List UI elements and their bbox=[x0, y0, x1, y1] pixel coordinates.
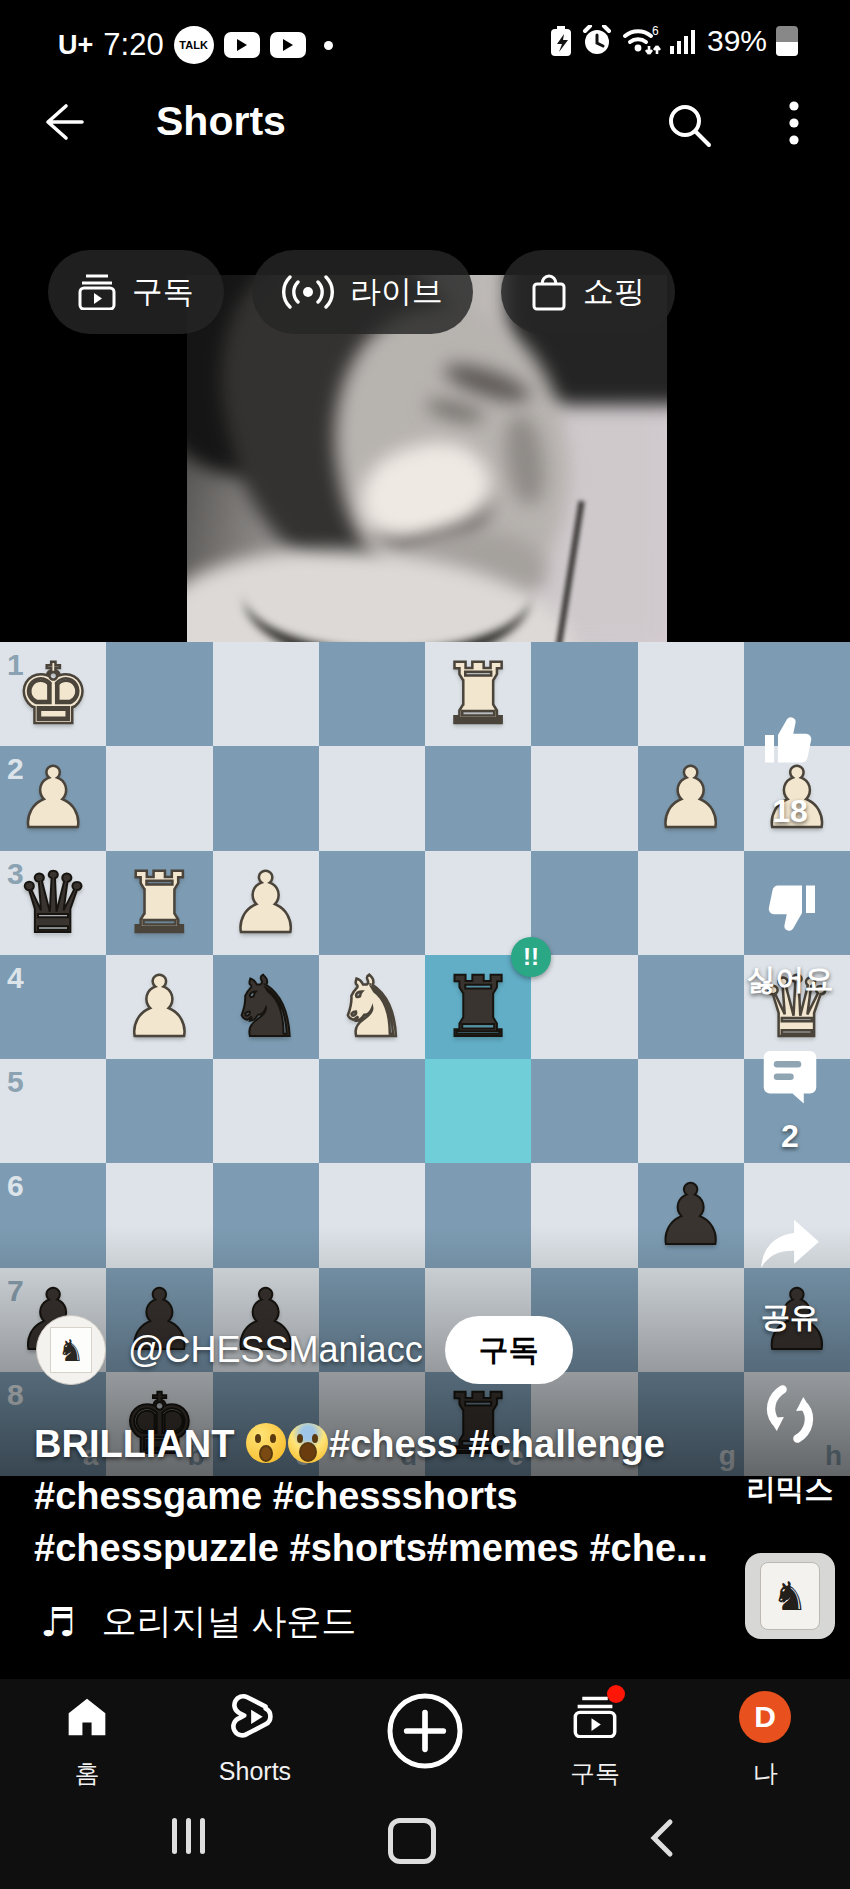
shorts-icon bbox=[231, 1692, 279, 1742]
square-f6 bbox=[531, 1163, 637, 1267]
caption-line1-prefix: BRILLIANT bbox=[34, 1423, 245, 1465]
black-knight-c4: ♞ bbox=[213, 955, 319, 1059]
rank-label-4: 4 bbox=[7, 961, 24, 995]
square-a4: 4 bbox=[0, 955, 106, 1059]
white-king-a1: ♚ bbox=[0, 642, 106, 746]
battery-saver-icon bbox=[549, 25, 573, 57]
white-knight-d4: ♞ bbox=[319, 955, 425, 1059]
caption-line1-suffix: #chess #challenge bbox=[329, 1423, 665, 1465]
brilliant-move-badge: !! bbox=[511, 937, 551, 977]
square-g6: ♟ bbox=[638, 1163, 744, 1267]
rank-label-8: 8 bbox=[7, 1378, 24, 1412]
wifi6-icon: 6 bbox=[621, 24, 661, 58]
square-c1 bbox=[213, 642, 319, 746]
shorts-screen: U+ 7:20 TALK 6 bbox=[0, 0, 850, 1889]
square-b2 bbox=[106, 746, 212, 850]
status-bar: U+ 7:20 TALK 6 bbox=[0, 0, 850, 64]
comment-icon[interactable] bbox=[760, 1046, 820, 1106]
notification-dot-icon bbox=[324, 41, 333, 50]
chip-shopping-label: 쇼핑 bbox=[583, 271, 645, 313]
svg-text:6: 6 bbox=[652, 24, 659, 38]
square-a3: 3♛ bbox=[0, 851, 106, 955]
square-e5 bbox=[425, 1059, 531, 1163]
status-time: 7:20 bbox=[103, 27, 163, 63]
chip-live[interactable]: 라이브 bbox=[252, 250, 473, 334]
comment-count: 2 bbox=[781, 1118, 799, 1155]
square-a6: 6 bbox=[0, 1163, 106, 1267]
square-d4: ♞ bbox=[319, 955, 425, 1059]
sound-disc[interactable]: ♞ bbox=[745, 1553, 835, 1639]
sound-row[interactable]: ♬ 오리지널 사운드 bbox=[40, 1598, 357, 1645]
live-icon bbox=[282, 274, 334, 310]
scream-face-emoji bbox=[288, 1423, 328, 1463]
rank-label-5: 5 bbox=[7, 1065, 24, 1099]
square-d2 bbox=[319, 746, 425, 850]
action-rail: 18 싫어요 2 공유 리믹스 ♞ bbox=[730, 0, 850, 1889]
new-content-dot bbox=[607, 1685, 625, 1703]
nav-shorts[interactable]: Shorts bbox=[185, 1691, 325, 1786]
square-f5 bbox=[531, 1059, 637, 1163]
remix-label: 리믹스 bbox=[747, 1470, 834, 1510]
square-f3 bbox=[531, 851, 637, 955]
chip-live-label: 라이브 bbox=[350, 271, 443, 313]
square-e3 bbox=[425, 851, 531, 955]
square-d1 bbox=[319, 642, 425, 746]
white-pawn-b4: ♟ bbox=[106, 955, 212, 1059]
square-g1 bbox=[638, 642, 744, 746]
dislike-icon[interactable] bbox=[759, 878, 821, 938]
channel-handle[interactable]: @CHESSManiacc bbox=[128, 1329, 423, 1371]
square-g3 bbox=[638, 851, 744, 955]
square-c6 bbox=[213, 1163, 319, 1267]
white-rook-e1: ♜ bbox=[425, 642, 531, 746]
search-icon[interactable] bbox=[664, 100, 714, 150]
square-a1: 1♚ bbox=[0, 642, 106, 746]
square-e1: ♜ bbox=[425, 642, 531, 746]
nav-create[interactable] bbox=[355, 1691, 495, 1771]
avatar-knight-icon: ♞ bbox=[50, 1327, 92, 1373]
square-b4: ♟ bbox=[106, 955, 212, 1059]
square-e6 bbox=[425, 1163, 531, 1267]
subscriptions-icon bbox=[78, 274, 116, 310]
back-arrow-icon[interactable] bbox=[40, 100, 84, 144]
square-g4 bbox=[638, 955, 744, 1059]
square-b3: ♜ bbox=[106, 851, 212, 955]
filter-chips: 구독 라이브 쇼핑 bbox=[48, 250, 675, 334]
square-c3: ♟ bbox=[213, 851, 319, 955]
white-pawn-a2: ♟ bbox=[0, 746, 106, 850]
kakaotalk-icon: TALK bbox=[174, 26, 214, 64]
square-g7 bbox=[638, 1268, 744, 1372]
white-rook-b3: ♜ bbox=[106, 851, 212, 955]
hushed-face-emoji bbox=[246, 1423, 286, 1463]
white-pawn-c3: ♟ bbox=[213, 851, 319, 955]
square-d3 bbox=[319, 851, 425, 955]
square-d6 bbox=[319, 1163, 425, 1267]
square-c2 bbox=[213, 746, 319, 850]
square-b6 bbox=[106, 1163, 212, 1267]
channel-avatar[interactable]: ♞ bbox=[36, 1315, 106, 1385]
nav-subscriptions[interactable]: 구독 bbox=[525, 1691, 665, 1790]
caption-line3: #chesspuzzle #shorts#memes #che... bbox=[34, 1527, 708, 1569]
alarm-clock-icon bbox=[582, 25, 612, 57]
black-queen-a3: ♛ bbox=[0, 851, 106, 955]
square-a2: 2♟ bbox=[0, 746, 106, 850]
carrier-label: U+ bbox=[58, 30, 93, 61]
chip-subscriptions-label: 구독 bbox=[132, 271, 194, 313]
square-f4 bbox=[531, 955, 637, 1059]
system-navigation bbox=[0, 1810, 850, 1870]
square-g2: ♟ bbox=[638, 746, 744, 850]
channel-row: ♞ @CHESSManiacc 구독 bbox=[36, 1315, 573, 1385]
shorts-header: Shorts bbox=[0, 64, 850, 176]
music-note-icon: ♬ bbox=[40, 1599, 76, 1645]
square-c5 bbox=[213, 1059, 319, 1163]
subscribe-button[interactable]: 구독 bbox=[445, 1316, 573, 1384]
share-label: 공유 bbox=[761, 1298, 819, 1338]
home-icon bbox=[65, 1695, 109, 1739]
square-f1 bbox=[531, 642, 637, 746]
square-c4: ♞ bbox=[213, 955, 319, 1059]
youtube-icon bbox=[224, 32, 260, 58]
create-plus-icon bbox=[385, 1691, 465, 1771]
signal-bars-icon bbox=[670, 26, 698, 56]
square-e2 bbox=[425, 746, 531, 850]
like-count: 18 bbox=[772, 793, 808, 830]
share-icon[interactable] bbox=[757, 1214, 823, 1272]
remix-icon[interactable] bbox=[760, 1382, 820, 1446]
nav-shorts-label: Shorts bbox=[219, 1757, 291, 1786]
white-pawn-g2: ♟ bbox=[638, 746, 744, 850]
square-d5 bbox=[319, 1059, 425, 1163]
sound-title: 오리지널 사운드 bbox=[102, 1598, 357, 1645]
subscriptions-icon bbox=[573, 1696, 617, 1738]
dislike-label: 싫어요 bbox=[747, 960, 834, 1000]
like-icon[interactable] bbox=[759, 710, 821, 770]
black-pawn-g6: ♟ bbox=[638, 1163, 744, 1267]
square-f2 bbox=[531, 746, 637, 850]
square-b5 bbox=[106, 1059, 212, 1163]
youtube-icon bbox=[270, 32, 306, 58]
recents-button[interactable] bbox=[172, 1818, 205, 1854]
square-b1 bbox=[106, 642, 212, 746]
sound-disc-knight-icon: ♞ bbox=[760, 1562, 820, 1630]
square-g5 bbox=[638, 1059, 744, 1163]
home-button[interactable] bbox=[388, 1818, 436, 1864]
back-button[interactable] bbox=[648, 1818, 674, 1858]
page-title: Shorts bbox=[156, 98, 286, 145]
chip-subscriptions[interactable]: 구독 bbox=[48, 250, 224, 334]
chip-shopping[interactable]: 쇼핑 bbox=[501, 250, 675, 334]
nav-home-label: 홈 bbox=[75, 1757, 100, 1790]
square-a5: 5 bbox=[0, 1059, 106, 1163]
video-caption[interactable]: BRILLIANT #chess #challenge #chessgame #… bbox=[34, 1418, 734, 1574]
shopping-bag-icon bbox=[531, 272, 567, 312]
caption-line2: #chessgame #chessshorts bbox=[34, 1475, 518, 1517]
nav-subscriptions-label: 구독 bbox=[570, 1757, 620, 1790]
nav-home[interactable]: 홈 bbox=[17, 1691, 157, 1790]
rank-label-6: 6 bbox=[7, 1169, 24, 1203]
